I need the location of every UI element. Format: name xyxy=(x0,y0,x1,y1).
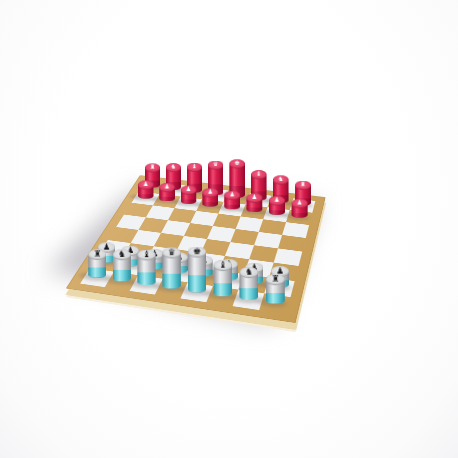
pawn-symbol: ♟ xyxy=(274,196,280,205)
piece-color-band xyxy=(138,194,154,199)
king-symbol: ♚ xyxy=(234,159,239,167)
piece-cylinder: ♟ xyxy=(246,193,262,212)
piece-top: ♝ xyxy=(213,260,232,271)
piece-top: ♜ xyxy=(88,249,106,259)
piece-cylinder: ♟ xyxy=(138,180,154,198)
piece-body xyxy=(187,251,206,293)
piece-top: ♞ xyxy=(272,175,288,184)
piece-cylinder: ♜ xyxy=(88,249,106,278)
piece-top: ♞ xyxy=(239,267,258,278)
piece-top: ♟ xyxy=(138,180,154,189)
piece-top: ♟ xyxy=(202,188,218,197)
piece-color-band xyxy=(187,275,206,293)
piece-color-band xyxy=(180,199,196,204)
piece-top: ♝ xyxy=(186,163,201,172)
piece-top: ♝ xyxy=(137,249,156,259)
piece-top: ♚ xyxy=(229,159,245,168)
piece-cylinder: ♛ xyxy=(162,247,181,289)
piece-color-band xyxy=(202,202,218,207)
piece-cylinder: ♞ xyxy=(112,249,130,281)
piece-top: ♝ xyxy=(251,170,267,179)
piece-top: ♞ xyxy=(112,249,130,259)
piece-top: ♚ xyxy=(187,246,206,256)
piece-color-band xyxy=(265,293,284,304)
piece-color-band xyxy=(162,273,181,289)
pawn-symbol: ♟ xyxy=(229,191,234,199)
piece-cylinder: ♟ xyxy=(202,188,218,207)
pawn-symbol: ♟ xyxy=(164,183,169,191)
chess-board: ♜♞♝♛♚♝♞♜♟♟♟♟♟♟♟♟♟♟♟♟♟♟♟♟♜♞♝♛♚♝♞♜ xyxy=(66,175,326,323)
rook-symbol: ♜ xyxy=(271,274,279,284)
piece-cylinder: ♟ xyxy=(180,185,196,204)
knight-symbol: ♞ xyxy=(278,176,283,184)
bishop-symbol: ♝ xyxy=(256,170,261,178)
piece-color-band xyxy=(239,288,258,300)
pawn-symbol: ♟ xyxy=(185,186,190,194)
piece-color-band xyxy=(88,268,106,278)
piece-cylinder: ♟ xyxy=(224,191,240,210)
bishop-symbol: ♝ xyxy=(191,163,196,171)
queen-symbol: ♛ xyxy=(213,161,218,169)
pawn-symbol: ♟ xyxy=(207,188,212,196)
piece-top: ♟ xyxy=(180,185,196,194)
piece-color-band xyxy=(246,207,262,212)
piece-top: ♟ xyxy=(159,183,175,192)
knight-symbol: ♞ xyxy=(170,163,175,171)
queen-symbol: ♛ xyxy=(167,248,175,258)
piece-cylinder: ♝ xyxy=(213,260,232,297)
knight-symbol: ♞ xyxy=(244,267,252,277)
rook-symbol: ♜ xyxy=(150,164,155,172)
piece-color-band xyxy=(291,213,307,218)
piece-color-band xyxy=(159,196,175,201)
pawn-symbol: ♟ xyxy=(251,194,257,203)
piece-cylinder: ♟ xyxy=(268,196,284,215)
piece-cylinder: ♞ xyxy=(239,267,258,301)
piece-cylinder: ♚ xyxy=(187,246,206,292)
piece-top: ♟ xyxy=(291,199,307,208)
pawn-symbol: ♟ xyxy=(296,199,302,208)
piece-top: ♟ xyxy=(224,191,240,200)
piece-cylinder: ♟ xyxy=(291,199,307,218)
scene-3d: ♜♞♝♛♚♝♞♜♟♟♟♟♟♟♟♟♟♟♟♟♟♟♟♟♜♞♝♛♚♝♞♜ xyxy=(0,0,458,458)
piece-top: ♜ xyxy=(265,274,284,285)
photo-stage: ♜♞♝♛♚♝♞♜♟♟♟♟♟♟♟♟♟♟♟♟♟♟♟♟♜♞♝♛♚♝♞♜ xyxy=(0,0,458,458)
piece-cylinder: ♟ xyxy=(159,183,175,202)
piece-color-band xyxy=(224,204,240,209)
piece-top: ♟ xyxy=(246,193,262,202)
knight-symbol: ♞ xyxy=(117,250,125,260)
piece-cylinder: ♝ xyxy=(137,249,156,285)
king-symbol: ♚ xyxy=(193,247,201,257)
piece-color-band xyxy=(213,283,232,297)
piece-color-band xyxy=(112,270,130,282)
piece-color-band xyxy=(268,210,284,215)
rook-symbol: ♜ xyxy=(300,181,305,189)
piece-top: ♜ xyxy=(145,163,160,172)
rook-symbol: ♜ xyxy=(93,249,101,259)
piece-color-band xyxy=(137,272,156,285)
piece-top: ♛ xyxy=(162,247,181,257)
bishop-symbol: ♝ xyxy=(218,260,226,270)
piece-top: ♟ xyxy=(268,196,284,205)
piece-top: ♛ xyxy=(207,161,223,170)
piece-top: ♜ xyxy=(295,181,311,190)
bishop-symbol: ♝ xyxy=(142,250,150,260)
piece-cylinder: ♜ xyxy=(265,274,284,304)
pawn-symbol: ♟ xyxy=(143,181,148,189)
piece-top: ♞ xyxy=(165,163,180,172)
